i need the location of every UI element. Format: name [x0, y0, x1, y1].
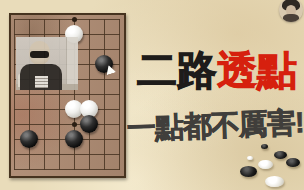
title-red-part: 透點 — [217, 48, 297, 92]
last-move-triangle-marker — [104, 64, 116, 76]
black-stone — [20, 130, 38, 148]
subtitle: 一點都不厲害!? — [126, 103, 304, 150]
title-black-part: 二路 — [137, 48, 217, 92]
decor-black-stone — [286, 158, 300, 167]
avatar-body — [283, 14, 299, 22]
shirt-graphic — [35, 76, 48, 88]
presenter-shirt — [20, 64, 62, 90]
video-thumbnail[interactable]: 二路透點 一點都不厲害!? — [0, 0, 304, 190]
decor-black-stone — [261, 144, 268, 149]
main-title: 二路透點 — [137, 49, 297, 91]
decor-white-stone — [265, 176, 284, 187]
black-stone — [80, 115, 98, 133]
star-point — [72, 122, 77, 127]
black-stone — [65, 130, 83, 148]
black-stone — [95, 55, 113, 73]
webcam-overlay — [16, 37, 78, 90]
decor-black-stone — [274, 151, 287, 159]
channel-avatar — [279, 0, 303, 22]
decor-white-stone — [247, 156, 253, 160]
sunglasses-icon — [30, 51, 49, 58]
webcam-background-panel — [66, 37, 78, 90]
decor-black-stone — [240, 166, 257, 177]
star-point — [72, 17, 77, 22]
decor-white-stone — [258, 160, 273, 169]
